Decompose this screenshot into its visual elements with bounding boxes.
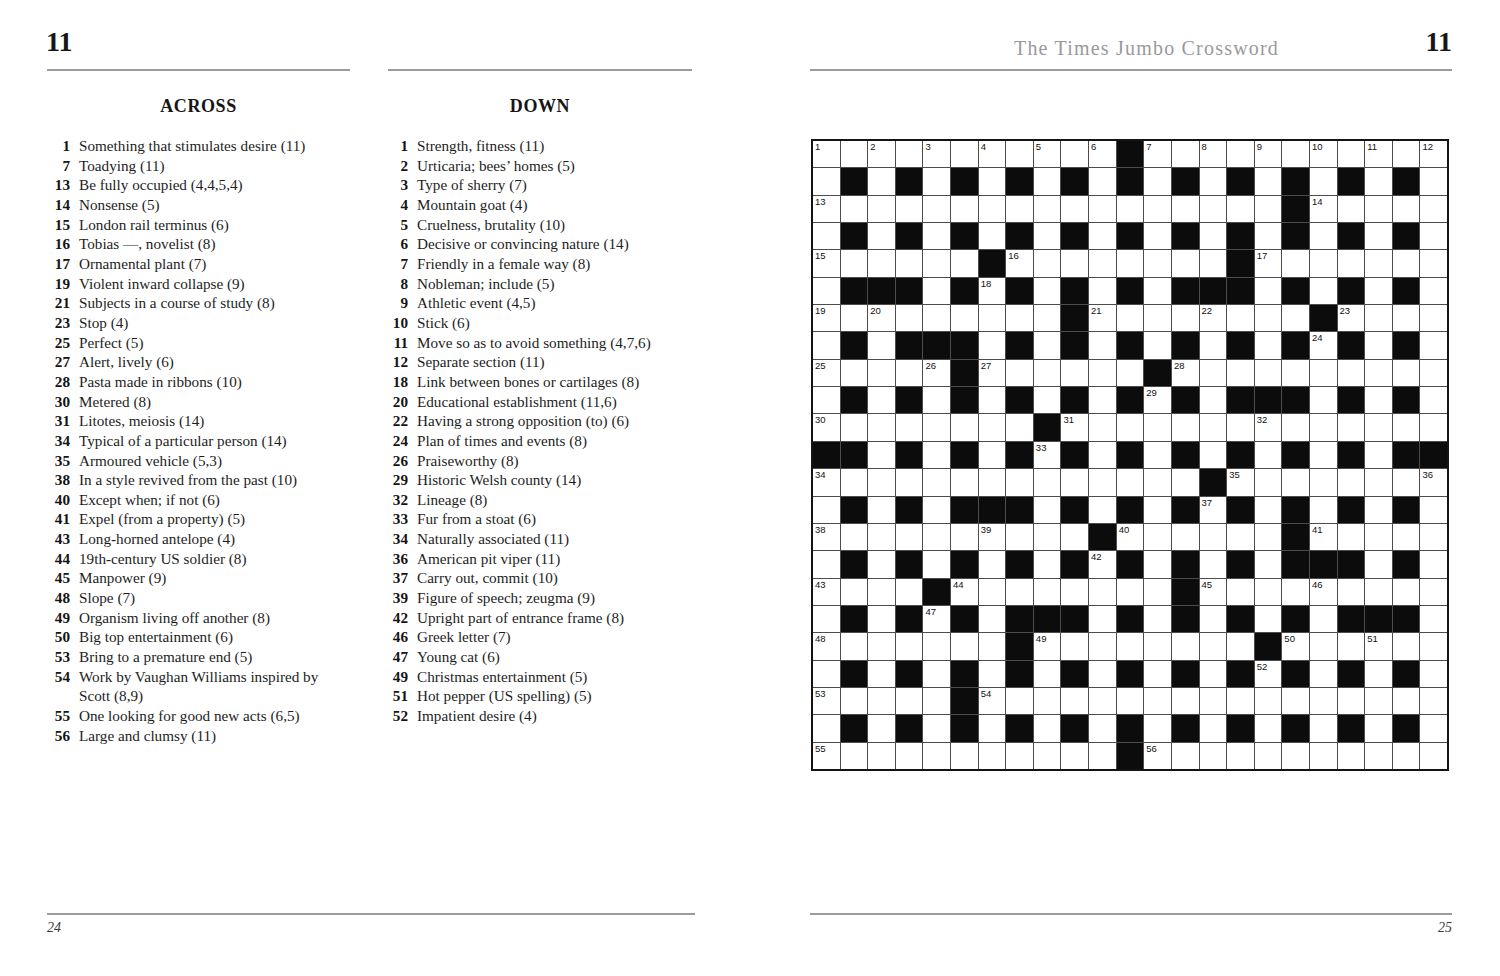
grid-cell[interactable] bbox=[1200, 715, 1227, 741]
grid-cell[interactable] bbox=[1282, 743, 1309, 769]
grid-cell[interactable] bbox=[1144, 661, 1171, 687]
grid-cell[interactable] bbox=[979, 168, 1006, 194]
grid-cell[interactable] bbox=[868, 715, 895, 741]
grid-cell[interactable] bbox=[1200, 223, 1227, 249]
grid-cell[interactable] bbox=[1034, 551, 1061, 577]
grid-cell[interactable] bbox=[1227, 305, 1254, 331]
grid-cell[interactable]: 41 bbox=[1310, 524, 1337, 550]
grid-cell[interactable] bbox=[868, 551, 895, 577]
grid-cell[interactable] bbox=[1034, 661, 1061, 687]
grid-cell[interactable] bbox=[868, 196, 895, 222]
grid-cell[interactable] bbox=[1117, 414, 1144, 440]
grid-cell[interactable] bbox=[868, 633, 895, 659]
grid-cell[interactable] bbox=[1200, 551, 1227, 577]
grid-cell[interactable] bbox=[1061, 196, 1088, 222]
grid-cell[interactable]: 19 bbox=[813, 305, 840, 331]
grid-cell[interactable] bbox=[841, 579, 868, 605]
grid-cell[interactable]: 21 bbox=[1089, 305, 1116, 331]
grid-cell[interactable]: 15 bbox=[813, 250, 840, 276]
grid-cell[interactable]: 12 bbox=[1420, 141, 1447, 167]
grid-cell[interactable] bbox=[1282, 305, 1309, 331]
grid-cell[interactable] bbox=[896, 743, 923, 769]
grid-cell[interactable] bbox=[1365, 305, 1392, 331]
grid-cell[interactable] bbox=[1255, 715, 1282, 741]
grid-cell[interactable] bbox=[1420, 196, 1447, 222]
grid-cell[interactable] bbox=[1200, 332, 1227, 358]
grid-cell[interactable] bbox=[841, 141, 868, 167]
grid-cell[interactable] bbox=[1034, 524, 1061, 550]
grid-cell[interactable] bbox=[896, 250, 923, 276]
grid-cell[interactable] bbox=[1255, 223, 1282, 249]
grid-cell[interactable] bbox=[1310, 715, 1337, 741]
grid-cell[interactable] bbox=[1393, 196, 1420, 222]
grid-cell[interactable] bbox=[1393, 305, 1420, 331]
grid-cell[interactable] bbox=[1200, 661, 1227, 687]
grid-cell[interactable] bbox=[979, 579, 1006, 605]
grid-cell[interactable] bbox=[1365, 168, 1392, 194]
grid-cell[interactable]: 53 bbox=[813, 688, 840, 714]
grid-cell[interactable] bbox=[1282, 360, 1309, 386]
grid-cell[interactable] bbox=[1393, 524, 1420, 550]
grid-cell[interactable] bbox=[1420, 606, 1447, 632]
grid-cell[interactable] bbox=[1365, 414, 1392, 440]
grid-cell[interactable] bbox=[1089, 168, 1116, 194]
grid-cell[interactable] bbox=[951, 141, 978, 167]
grid-cell[interactable] bbox=[1117, 688, 1144, 714]
grid-cell[interactable]: 50 bbox=[1282, 633, 1309, 659]
grid-cell[interactable]: 16 bbox=[1006, 250, 1033, 276]
grid-cell[interactable] bbox=[896, 579, 923, 605]
grid-cell[interactable] bbox=[1200, 168, 1227, 194]
grid-cell[interactable]: 4 bbox=[979, 141, 1006, 167]
grid-cell[interactable] bbox=[841, 250, 868, 276]
grid-cell[interactable] bbox=[1338, 196, 1365, 222]
grid-cell[interactable] bbox=[979, 633, 1006, 659]
grid-cell[interactable]: 22 bbox=[1200, 305, 1227, 331]
grid-cell[interactable] bbox=[1089, 743, 1116, 769]
grid-cell[interactable] bbox=[1282, 141, 1309, 167]
grid-cell[interactable]: 54 bbox=[979, 688, 1006, 714]
grid-cell[interactable] bbox=[1144, 223, 1171, 249]
grid-cell[interactable] bbox=[896, 469, 923, 495]
grid-cell[interactable] bbox=[868, 497, 895, 523]
grid-cell[interactable] bbox=[1255, 551, 1282, 577]
grid-cell[interactable] bbox=[1172, 141, 1199, 167]
grid-cell[interactable] bbox=[1365, 743, 1392, 769]
grid-cell[interactable] bbox=[1227, 633, 1254, 659]
grid-cell[interactable] bbox=[1255, 168, 1282, 194]
grid-cell[interactable]: 18 bbox=[979, 278, 1006, 304]
grid-cell[interactable] bbox=[1420, 332, 1447, 358]
grid-cell[interactable] bbox=[813, 606, 840, 632]
grid-cell[interactable] bbox=[1420, 715, 1447, 741]
grid-cell[interactable] bbox=[979, 305, 1006, 331]
grid-cell[interactable] bbox=[1006, 305, 1033, 331]
grid-cell[interactable] bbox=[1310, 469, 1337, 495]
grid-cell[interactable]: 52 bbox=[1255, 661, 1282, 687]
grid-cell[interactable] bbox=[1310, 497, 1337, 523]
grid-cell[interactable] bbox=[1282, 414, 1309, 440]
grid-cell[interactable] bbox=[1034, 387, 1061, 413]
grid-cell[interactable] bbox=[813, 332, 840, 358]
grid-cell[interactable] bbox=[1144, 442, 1171, 468]
grid-cell[interactable] bbox=[1420, 278, 1447, 304]
grid-cell[interactable] bbox=[1282, 579, 1309, 605]
grid-cell[interactable] bbox=[1006, 743, 1033, 769]
grid-cell[interactable]: 30 bbox=[813, 414, 840, 440]
grid-cell[interactable] bbox=[1061, 633, 1088, 659]
grid-cell[interactable] bbox=[1282, 250, 1309, 276]
grid-cell[interactable]: 40 bbox=[1117, 524, 1144, 550]
grid-cell[interactable] bbox=[813, 497, 840, 523]
grid-cell[interactable] bbox=[923, 305, 950, 331]
grid-cell[interactable] bbox=[1034, 743, 1061, 769]
grid-cell[interactable] bbox=[868, 332, 895, 358]
grid-cell[interactable]: 49 bbox=[1034, 633, 1061, 659]
grid-cell[interactable] bbox=[1227, 141, 1254, 167]
grid-cell[interactable] bbox=[1255, 469, 1282, 495]
grid-cell[interactable] bbox=[1255, 196, 1282, 222]
grid-cell[interactable] bbox=[841, 360, 868, 386]
grid-cell[interactable] bbox=[1144, 332, 1171, 358]
grid-cell[interactable] bbox=[1034, 332, 1061, 358]
grid-cell[interactable]: 5 bbox=[1034, 141, 1061, 167]
grid-cell[interactable] bbox=[1338, 579, 1365, 605]
grid-cell[interactable] bbox=[1227, 579, 1254, 605]
grid-cell[interactable] bbox=[923, 715, 950, 741]
grid-cell[interactable] bbox=[1227, 414, 1254, 440]
grid-cell[interactable] bbox=[1089, 196, 1116, 222]
grid-cell[interactable] bbox=[1172, 469, 1199, 495]
grid-cell[interactable] bbox=[896, 414, 923, 440]
grid-cell[interactable] bbox=[1034, 360, 1061, 386]
grid-cell[interactable]: 27 bbox=[979, 360, 1006, 386]
grid-cell[interactable] bbox=[1393, 141, 1420, 167]
grid-cell[interactable] bbox=[868, 606, 895, 632]
grid-cell[interactable] bbox=[1338, 633, 1365, 659]
grid-cell[interactable] bbox=[868, 168, 895, 194]
grid-cell[interactable] bbox=[813, 715, 840, 741]
grid-cell[interactable] bbox=[1144, 524, 1171, 550]
grid-cell[interactable] bbox=[1117, 360, 1144, 386]
grid-cell[interactable] bbox=[1227, 196, 1254, 222]
grid-cell[interactable]: 11 bbox=[1365, 141, 1392, 167]
grid-cell[interactable] bbox=[1089, 688, 1116, 714]
grid-cell[interactable] bbox=[813, 223, 840, 249]
grid-cell[interactable] bbox=[1338, 469, 1365, 495]
grid-cell[interactable] bbox=[979, 469, 1006, 495]
grid-cell[interactable] bbox=[923, 661, 950, 687]
grid-cell[interactable] bbox=[1172, 305, 1199, 331]
grid-cell[interactable] bbox=[1310, 387, 1337, 413]
grid-cell[interactable] bbox=[1089, 606, 1116, 632]
grid-cell[interactable] bbox=[1200, 524, 1227, 550]
grid-cell[interactable] bbox=[979, 743, 1006, 769]
grid-cell[interactable] bbox=[1117, 250, 1144, 276]
grid-cell[interactable] bbox=[813, 661, 840, 687]
grid-cell[interactable]: 26 bbox=[923, 360, 950, 386]
grid-cell[interactable] bbox=[923, 278, 950, 304]
grid-cell[interactable] bbox=[1061, 250, 1088, 276]
grid-cell[interactable] bbox=[896, 305, 923, 331]
grid-cell[interactable] bbox=[1117, 633, 1144, 659]
grid-cell[interactable] bbox=[841, 524, 868, 550]
grid-cell[interactable] bbox=[1144, 715, 1171, 741]
grid-cell[interactable]: 44 bbox=[951, 579, 978, 605]
grid-cell[interactable] bbox=[1227, 524, 1254, 550]
grid-cell[interactable] bbox=[979, 606, 1006, 632]
grid-cell[interactable] bbox=[1006, 524, 1033, 550]
grid-cell[interactable] bbox=[951, 196, 978, 222]
grid-cell[interactable]: 34 bbox=[813, 469, 840, 495]
grid-cell[interactable] bbox=[841, 633, 868, 659]
grid-cell[interactable] bbox=[1420, 250, 1447, 276]
grid-cell[interactable] bbox=[923, 551, 950, 577]
grid-cell[interactable] bbox=[1338, 141, 1365, 167]
grid-cell[interactable] bbox=[1117, 469, 1144, 495]
grid-cell[interactable]: 13 bbox=[813, 196, 840, 222]
grid-cell[interactable] bbox=[923, 196, 950, 222]
grid-cell[interactable] bbox=[1034, 168, 1061, 194]
grid-cell[interactable]: 45 bbox=[1200, 579, 1227, 605]
grid-cell[interactable] bbox=[923, 414, 950, 440]
grid-cell[interactable] bbox=[1200, 414, 1227, 440]
grid-cell[interactable] bbox=[1200, 606, 1227, 632]
grid-cell[interactable] bbox=[1310, 442, 1337, 468]
grid-cell[interactable] bbox=[1200, 688, 1227, 714]
grid-cell[interactable] bbox=[1006, 579, 1033, 605]
grid-cell[interactable] bbox=[1282, 688, 1309, 714]
grid-cell[interactable] bbox=[1338, 688, 1365, 714]
grid-cell[interactable] bbox=[1365, 250, 1392, 276]
grid-cell[interactable] bbox=[1144, 633, 1171, 659]
grid-cell[interactable] bbox=[813, 551, 840, 577]
grid-cell[interactable] bbox=[1255, 524, 1282, 550]
grid-cell[interactable] bbox=[951, 414, 978, 440]
grid-cell[interactable] bbox=[1144, 688, 1171, 714]
grid-cell[interactable] bbox=[979, 223, 1006, 249]
grid-cell[interactable] bbox=[1061, 688, 1088, 714]
grid-cell[interactable] bbox=[1089, 414, 1116, 440]
grid-cell[interactable] bbox=[1200, 360, 1227, 386]
grid-cell[interactable] bbox=[1420, 387, 1447, 413]
grid-cell[interactable] bbox=[979, 551, 1006, 577]
grid-cell[interactable]: 56 bbox=[1144, 743, 1171, 769]
grid-cell[interactable] bbox=[923, 442, 950, 468]
grid-cell[interactable]: 23 bbox=[1338, 305, 1365, 331]
grid-cell[interactable] bbox=[1200, 387, 1227, 413]
grid-cell[interactable] bbox=[1420, 360, 1447, 386]
grid-cell[interactable] bbox=[1144, 497, 1171, 523]
grid-cell[interactable] bbox=[1420, 414, 1447, 440]
grid-cell[interactable] bbox=[868, 442, 895, 468]
grid-cell[interactable] bbox=[1144, 168, 1171, 194]
grid-cell[interactable] bbox=[1172, 743, 1199, 769]
grid-cell[interactable] bbox=[1089, 442, 1116, 468]
grid-cell[interactable] bbox=[1200, 442, 1227, 468]
grid-cell[interactable] bbox=[1089, 633, 1116, 659]
grid-cell[interactable] bbox=[841, 743, 868, 769]
grid-cell[interactable] bbox=[979, 414, 1006, 440]
grid-cell[interactable] bbox=[1034, 579, 1061, 605]
grid-cell[interactable] bbox=[1117, 305, 1144, 331]
grid-cell[interactable] bbox=[1144, 196, 1171, 222]
grid-cell[interactable] bbox=[1310, 633, 1337, 659]
grid-cell[interactable] bbox=[1310, 278, 1337, 304]
grid-cell[interactable]: 43 bbox=[813, 579, 840, 605]
grid-cell[interactable] bbox=[1089, 360, 1116, 386]
grid-cell[interactable] bbox=[1393, 633, 1420, 659]
grid-cell[interactable] bbox=[1365, 442, 1392, 468]
grid-cell[interactable] bbox=[1089, 715, 1116, 741]
grid-cell[interactable] bbox=[1420, 524, 1447, 550]
grid-cell[interactable] bbox=[1034, 688, 1061, 714]
grid-cell[interactable] bbox=[868, 469, 895, 495]
grid-cell[interactable] bbox=[1393, 250, 1420, 276]
grid-cell[interactable] bbox=[1034, 715, 1061, 741]
grid-cell[interactable] bbox=[1338, 414, 1365, 440]
grid-cell[interactable] bbox=[1365, 579, 1392, 605]
grid-cell[interactable] bbox=[1034, 196, 1061, 222]
grid-cell[interactable] bbox=[1255, 579, 1282, 605]
grid-cell[interactable] bbox=[923, 168, 950, 194]
grid-cell[interactable] bbox=[1061, 579, 1088, 605]
grid-cell[interactable] bbox=[868, 524, 895, 550]
grid-cell[interactable] bbox=[1420, 633, 1447, 659]
grid-cell[interactable] bbox=[1006, 414, 1033, 440]
grid-cell[interactable]: 35 bbox=[1227, 469, 1254, 495]
grid-cell[interactable] bbox=[1172, 524, 1199, 550]
grid-cell[interactable] bbox=[979, 715, 1006, 741]
grid-cell[interactable]: 32 bbox=[1255, 414, 1282, 440]
grid-cell[interactable] bbox=[1365, 497, 1392, 523]
grid-cell[interactable] bbox=[868, 661, 895, 687]
grid-cell[interactable] bbox=[1172, 196, 1199, 222]
grid-cell[interactable] bbox=[923, 524, 950, 550]
grid-cell[interactable] bbox=[868, 743, 895, 769]
grid-cell[interactable] bbox=[1255, 688, 1282, 714]
grid-cell[interactable] bbox=[1255, 497, 1282, 523]
grid-cell[interactable] bbox=[1144, 606, 1171, 632]
grid-cell[interactable] bbox=[979, 661, 1006, 687]
grid-cell[interactable] bbox=[1255, 278, 1282, 304]
grid-cell[interactable] bbox=[1310, 688, 1337, 714]
grid-cell[interactable] bbox=[868, 223, 895, 249]
grid-cell[interactable] bbox=[1227, 743, 1254, 769]
grid-cell[interactable] bbox=[1200, 250, 1227, 276]
grid-cell[interactable] bbox=[1172, 688, 1199, 714]
grid-cell[interactable]: 8 bbox=[1200, 141, 1227, 167]
grid-cell[interactable] bbox=[1172, 414, 1199, 440]
grid-cell[interactable] bbox=[1200, 743, 1227, 769]
grid-cell[interactable]: 36 bbox=[1420, 469, 1447, 495]
crossword-grid[interactable]: 1234567891011121314151617181920212223242… bbox=[811, 139, 1449, 771]
grid-cell[interactable] bbox=[951, 305, 978, 331]
grid-cell[interactable] bbox=[1310, 223, 1337, 249]
grid-cell[interactable]: 39 bbox=[979, 524, 1006, 550]
grid-cell[interactable] bbox=[1338, 250, 1365, 276]
grid-cell[interactable] bbox=[979, 332, 1006, 358]
grid-cell[interactable] bbox=[1310, 250, 1337, 276]
grid-cell[interactable]: 17 bbox=[1255, 250, 1282, 276]
grid-cell[interactable] bbox=[1034, 223, 1061, 249]
grid-cell[interactable]: 37 bbox=[1200, 497, 1227, 523]
grid-cell[interactable]: 33 bbox=[1034, 442, 1061, 468]
grid-cell[interactable] bbox=[1034, 278, 1061, 304]
grid-cell[interactable] bbox=[896, 688, 923, 714]
grid-cell[interactable] bbox=[868, 360, 895, 386]
grid-cell[interactable] bbox=[951, 524, 978, 550]
grid-cell[interactable] bbox=[1365, 278, 1392, 304]
grid-cell[interactable] bbox=[1034, 497, 1061, 523]
grid-cell[interactable] bbox=[1365, 524, 1392, 550]
grid-cell[interactable] bbox=[1310, 168, 1337, 194]
grid-cell[interactable] bbox=[1006, 360, 1033, 386]
grid-cell[interactable] bbox=[1365, 360, 1392, 386]
grid-cell[interactable] bbox=[1227, 688, 1254, 714]
grid-cell[interactable] bbox=[841, 469, 868, 495]
grid-cell[interactable] bbox=[1144, 551, 1171, 577]
grid-cell[interactable] bbox=[1420, 168, 1447, 194]
grid-cell[interactable] bbox=[1310, 661, 1337, 687]
grid-cell[interactable] bbox=[1061, 743, 1088, 769]
grid-cell[interactable] bbox=[923, 743, 950, 769]
grid-cell[interactable] bbox=[1200, 196, 1227, 222]
grid-cell[interactable]: 51 bbox=[1365, 633, 1392, 659]
grid-cell[interactable] bbox=[923, 688, 950, 714]
grid-cell[interactable] bbox=[979, 387, 1006, 413]
grid-cell[interactable] bbox=[896, 633, 923, 659]
grid-cell[interactable] bbox=[1393, 360, 1420, 386]
grid-cell[interactable] bbox=[896, 524, 923, 550]
grid-cell[interactable] bbox=[1061, 469, 1088, 495]
grid-cell[interactable] bbox=[1006, 141, 1033, 167]
grid-cell[interactable] bbox=[1365, 715, 1392, 741]
grid-cell[interactable] bbox=[979, 196, 1006, 222]
grid-cell[interactable] bbox=[1282, 469, 1309, 495]
grid-cell[interactable] bbox=[1420, 688, 1447, 714]
grid-cell[interactable] bbox=[1006, 196, 1033, 222]
grid-cell[interactable] bbox=[868, 579, 895, 605]
grid-cell[interactable] bbox=[813, 168, 840, 194]
grid-cell[interactable] bbox=[1420, 551, 1447, 577]
grid-cell[interactable]: 20 bbox=[868, 305, 895, 331]
grid-cell[interactable] bbox=[1227, 360, 1254, 386]
grid-cell[interactable]: 48 bbox=[813, 633, 840, 659]
grid-cell[interactable] bbox=[868, 688, 895, 714]
grid-cell[interactable] bbox=[868, 414, 895, 440]
grid-cell[interactable]: 38 bbox=[813, 524, 840, 550]
grid-cell[interactable]: 25 bbox=[813, 360, 840, 386]
grid-cell[interactable] bbox=[1089, 469, 1116, 495]
grid-cell[interactable] bbox=[1365, 387, 1392, 413]
grid-cell[interactable] bbox=[1365, 551, 1392, 577]
grid-cell[interactable] bbox=[841, 414, 868, 440]
grid-cell[interactable] bbox=[1365, 196, 1392, 222]
grid-cell[interactable]: 29 bbox=[1144, 387, 1171, 413]
grid-cell[interactable]: 42 bbox=[1089, 551, 1116, 577]
grid-cell[interactable] bbox=[1089, 223, 1116, 249]
grid-cell[interactable] bbox=[1338, 524, 1365, 550]
grid-cell[interactable] bbox=[1310, 606, 1337, 632]
grid-cell[interactable]: 47 bbox=[923, 606, 950, 632]
grid-cell[interactable] bbox=[1089, 579, 1116, 605]
grid-cell[interactable] bbox=[1420, 305, 1447, 331]
grid-cell[interactable] bbox=[813, 387, 840, 413]
grid-cell[interactable] bbox=[1117, 579, 1144, 605]
grid-cell[interactable] bbox=[841, 305, 868, 331]
grid-cell[interactable] bbox=[1255, 360, 1282, 386]
